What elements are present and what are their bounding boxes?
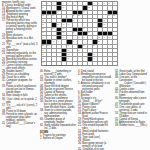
clue-number: 65: [93, 57, 95, 59]
letter-cell[interactable]: 39: [73, 32, 77, 35]
letter-cell[interactable]: [113, 6, 117, 9]
letter-cell[interactable]: [67, 28, 71, 31]
block-cell: [78, 11, 82, 14]
letter-cell[interactable]: 53: [47, 45, 51, 48]
clue-item-number: 46.: [115, 97, 119, 100]
letter-cell[interactable]: [88, 11, 92, 14]
letter-cell[interactable]: 11: [108, 2, 112, 5]
clue-item-number: 43.: [40, 79, 44, 82]
letter-cell[interactable]: [93, 23, 97, 26]
letter-cell[interactable]: [98, 15, 102, 18]
clue-item-number: 62.: [40, 124, 44, 127]
clue-item-number: 39.: [2, 113, 6, 116]
letter-cell[interactable]: 10: [103, 2, 107, 5]
clue-item-number: 30.: [78, 142, 82, 145]
letter-cell[interactable]: [78, 57, 82, 60]
letter-cell[interactable]: [93, 15, 97, 18]
letter-cell[interactable]: [93, 28, 97, 31]
clue-number: 23: [108, 14, 110, 16]
letter-cell[interactable]: 31: [67, 23, 71, 26]
block-cell: [47, 40, 51, 43]
letter-cell[interactable]: [88, 45, 92, 48]
letter-cell[interactable]: [78, 6, 82, 9]
clue-number: 49: [57, 40, 59, 42]
block-cell: [52, 11, 56, 14]
letter-cell[interactable]: [47, 28, 51, 31]
letter-cell[interactable]: 13: [42, 6, 46, 9]
letter-cell[interactable]: [93, 6, 97, 9]
letter-cell[interactable]: 4: [62, 2, 66, 5]
block-cell: [83, 32, 87, 35]
letter-cell[interactable]: [93, 11, 97, 14]
clue-number: 48: [52, 40, 54, 42]
block-cell: [52, 23, 56, 26]
letter-cell[interactable]: [113, 53, 117, 56]
letter-cell[interactable]: 32: [103, 23, 107, 26]
letter-cell[interactable]: 57: [42, 49, 46, 52]
clue-number: 1: [42, 2, 43, 4]
clue-item-number: 58.: [40, 109, 44, 112]
letter-cell[interactable]: [73, 6, 77, 9]
clue-number: 25: [42, 19, 44, 21]
block-cell: [42, 11, 46, 14]
letter-cell[interactable]: 29: [57, 23, 61, 26]
letter-cell[interactable]: [103, 62, 107, 65]
letter-cell[interactable]: [98, 11, 102, 14]
letter-cell[interactable]: [113, 40, 117, 43]
letter-cell[interactable]: [67, 11, 71, 14]
clue-number: 7: [78, 2, 79, 4]
clue-item-number: 17.: [2, 19, 6, 22]
letter-cell[interactable]: 65: [93, 57, 97, 60]
clue-column-two: 40. Extra ___ (something in reserve), 2 …: [40, 70, 76, 140]
letter-cell[interactable]: 15: [88, 6, 92, 9]
letter-cell[interactable]: 43: [78, 36, 82, 39]
clue-number: 41: [42, 36, 44, 38]
letter-cell[interactable]: [52, 53, 56, 56]
letter-cell[interactable]: [88, 28, 92, 31]
block-cell: [108, 11, 112, 14]
letter-cell[interactable]: [88, 62, 92, 65]
letter-cell[interactable]: [52, 49, 56, 52]
letter-cell[interactable]: 28: [42, 23, 46, 26]
clue-item: 62. Song syllable repeated after 'tra', …: [40, 124, 76, 130]
letter-cell[interactable]: 62: [93, 53, 97, 56]
letter-cell[interactable]: [83, 19, 87, 22]
letter-cell[interactable]: 50: [73, 40, 77, 43]
letter-cell[interactable]: [47, 23, 51, 26]
clue-item-number: 58.: [115, 124, 119, 127]
letter-cell[interactable]: [98, 28, 102, 31]
block-cell: [78, 45, 82, 48]
letter-cell[interactable]: [108, 57, 112, 60]
letter-cell[interactable]: [67, 6, 71, 9]
clue-number: 14: [62, 6, 64, 8]
clue-number: 45: [98, 36, 100, 38]
clue-item-number: 27.: [2, 64, 6, 67]
letter-cell[interactable]: 34: [52, 28, 56, 31]
letter-cell[interactable]: [98, 57, 102, 60]
clue-number: 34: [52, 27, 54, 29]
clue-number: 9: [98, 2, 99, 4]
letter-cell[interactable]: 30: [62, 23, 66, 26]
clue-number: 62: [93, 53, 95, 55]
letter-cell[interactable]: [113, 28, 117, 31]
letter-cell[interactable]: [88, 15, 92, 18]
clue-number: 16: [57, 10, 59, 12]
letter-cell[interactable]: 47: [108, 36, 112, 39]
block-cell: [47, 11, 51, 14]
letter-cell[interactable]: 7: [78, 2, 82, 5]
letter-cell[interactable]: 21: [73, 15, 77, 18]
clue-item-number: 45.: [115, 91, 119, 94]
clue-number: 12: [113, 2, 115, 4]
letter-cell[interactable]: [93, 49, 97, 52]
clue-number: 30: [62, 23, 64, 25]
letter-cell[interactable]: [108, 40, 112, 43]
clue-item-number: 5.: [78, 82, 81, 85]
letter-cell[interactable]: [78, 53, 82, 56]
letter-cell[interactable]: [103, 40, 107, 43]
letter-cell[interactable]: [113, 49, 117, 52]
letter-cell[interactable]: 18: [42, 15, 46, 18]
clue-number: 21: [73, 14, 75, 16]
clue-number: 8: [93, 2, 94, 4]
letter-cell[interactable]: 38: [62, 32, 66, 35]
block-cell: [73, 28, 77, 31]
letter-cell[interactable]: 23: [108, 15, 112, 18]
letter-cell[interactable]: [113, 32, 117, 35]
letter-cell[interactable]: [93, 36, 97, 39]
grid-caption: © 2009 BestCrosswords.com: [41, 65, 72, 68]
letter-cell[interactable]: [103, 49, 107, 52]
letter-cell[interactable]: 45: [98, 36, 102, 39]
letter-cell[interactable]: [88, 23, 92, 26]
clue-item: 58. Rubber trees, ___ (Wis.): [115, 124, 149, 127]
letter-cell[interactable]: [103, 28, 107, 31]
clue-number: 52: [42, 44, 44, 46]
clue-item-number: 37.: [2, 104, 6, 107]
letter-cell[interactable]: 56: [93, 45, 97, 48]
letter-cell[interactable]: [62, 45, 66, 48]
letter-cell[interactable]: [73, 53, 77, 56]
letter-cell[interactable]: [52, 19, 56, 22]
letter-cell[interactable]: [88, 49, 92, 52]
letter-cell[interactable]: 27: [103, 19, 107, 22]
letter-cell[interactable]: 16: [57, 11, 61, 14]
letter-cell[interactable]: [57, 15, 61, 18]
block-cell: [78, 28, 82, 31]
clue-number: 32: [103, 23, 105, 25]
letter-cell[interactable]: [108, 23, 112, 26]
letter-cell[interactable]: [52, 45, 56, 48]
letter-cell[interactable]: 6: [73, 2, 77, 5]
letter-cell[interactable]: [73, 36, 77, 39]
letter-cell[interactable]: 61: [67, 53, 71, 56]
letter-cell[interactable]: [108, 28, 112, 31]
clue-number: 58: [67, 49, 69, 51]
letter-cell[interactable]: [47, 53, 51, 56]
letter-cell[interactable]: [57, 45, 61, 48]
letter-cell[interactable]: [67, 32, 71, 35]
letter-cell[interactable]: 33: [42, 28, 46, 31]
block-cell: [93, 40, 97, 43]
letter-cell[interactable]: 54: [67, 45, 71, 48]
letter-cell[interactable]: [108, 53, 112, 56]
letter-cell[interactable]: [93, 19, 97, 22]
letter-cell[interactable]: 14: [62, 6, 66, 9]
letter-cell[interactable]: [52, 57, 56, 60]
letter-cell[interactable]: [108, 45, 112, 48]
letter-cell[interactable]: [78, 40, 82, 43]
letter-cell[interactable]: [103, 6, 107, 9]
letter-cell[interactable]: [98, 6, 102, 9]
letter-cell[interactable]: [108, 6, 112, 9]
letter-cell[interactable]: [73, 45, 77, 48]
letter-cell[interactable]: [103, 11, 107, 14]
letter-cell[interactable]: [83, 40, 87, 43]
block-cell: [57, 28, 61, 31]
clue-item-number: 31.: [2, 79, 6, 82]
letter-cell[interactable]: 58: [67, 49, 71, 52]
letter-cell[interactable]: [78, 23, 82, 26]
letter-cell[interactable]: [98, 49, 102, 52]
letter-cell[interactable]: [108, 19, 112, 22]
clue-number: 51: [98, 40, 100, 42]
block-cell: [57, 6, 61, 9]
letter-cell[interactable]: [113, 62, 117, 65]
letter-cell[interactable]: [57, 57, 61, 60]
clue-number: 29: [57, 23, 59, 25]
clue-number: 64: [67, 57, 69, 59]
block-cell: [98, 23, 102, 26]
clue-number: 50: [73, 40, 75, 42]
clue-number: 53: [47, 44, 49, 46]
block-cell: [83, 6, 87, 9]
clue-item-number: 2.: [40, 137, 43, 140]
clue-column-three: 3. Desk stand4. Mending convenience towa…: [78, 70, 112, 150]
clue-number: 24: [113, 14, 115, 16]
letter-cell[interactable]: 3: [52, 2, 56, 5]
clue-number: 28: [42, 23, 44, 25]
clue-number: 27: [103, 19, 105, 21]
clue-number: 6: [73, 2, 74, 4]
block-cell: [57, 32, 61, 35]
letter-cell[interactable]: 41: [42, 36, 46, 39]
letter-cell[interactable]: [67, 36, 71, 39]
clue-number: 42: [62, 36, 64, 38]
letter-cell[interactable]: [83, 53, 87, 56]
block-cell: [108, 32, 112, 35]
clue-item-number: 21.: [2, 43, 6, 46]
clue-item: 31. Condition of its eye: [78, 148, 112, 150]
block-cell: [88, 2, 92, 5]
clue-number: 31: [67, 23, 69, 25]
clue-item-number: 40.: [40, 70, 44, 73]
clue-number: 19: [47, 14, 49, 16]
letter-cell[interactable]: [93, 32, 97, 35]
clue-number: 10: [103, 2, 105, 4]
clue-number: 4: [62, 2, 63, 4]
letter-cell[interactable]: [103, 45, 107, 48]
clue-number: 38: [62, 31, 64, 33]
letter-cell[interactable]: 59: [78, 49, 82, 52]
clue-number: 35: [62, 27, 64, 29]
crossword-grid[interactable]: 1234567891011121314151617181920212223242…: [41, 1, 118, 66]
letter-cell[interactable]: 26: [73, 19, 77, 22]
letter-cell[interactable]: 46: [103, 36, 107, 39]
letter-cell[interactable]: [108, 62, 112, 65]
letter-cell[interactable]: [103, 53, 107, 56]
letter-cell[interactable]: [62, 40, 66, 43]
letter-cell[interactable]: [78, 62, 82, 65]
clue-item: 56. Sucker in a street phrase, but is go…: [40, 100, 76, 109]
letter-cell[interactable]: 17: [83, 11, 87, 14]
letter-cell[interactable]: [83, 57, 87, 60]
clue-item: 17. Person by which two disputing partie…: [2, 19, 38, 34]
letter-cell[interactable]: [103, 57, 107, 60]
letter-cell[interactable]: [57, 53, 61, 56]
letter-cell[interactable]: [83, 23, 87, 26]
letter-cell[interactable]: [47, 57, 51, 60]
clue-number: 44: [83, 36, 85, 38]
letter-cell[interactable]: [83, 2, 87, 5]
block-cell: [67, 40, 71, 43]
letter-cell[interactable]: 8: [93, 2, 97, 5]
letter-cell[interactable]: [73, 57, 77, 60]
clue-number: 60: [42, 53, 44, 55]
letter-cell[interactable]: [73, 62, 77, 65]
clue-number: 47: [108, 36, 110, 38]
letter-cell[interactable]: 22: [78, 15, 82, 18]
letter-cell[interactable]: [93, 62, 97, 65]
letter-cell[interactable]: [113, 36, 117, 39]
letter-cell[interactable]: 40: [88, 32, 92, 35]
letter-cell[interactable]: [88, 19, 92, 22]
clue-item-number: 20.: [2, 37, 6, 40]
letter-cell[interactable]: [78, 19, 82, 22]
letter-cell[interactable]: [57, 49, 61, 52]
clue-item: 39. Forced to enter a brook: an unpleasa…: [2, 113, 38, 122]
clue-number: 40: [88, 31, 90, 33]
clue-item: 2. Sphere of Chopin: [40, 137, 76, 140]
letter-cell[interactable]: [88, 40, 92, 43]
block-cell: [78, 32, 82, 35]
letter-cell[interactable]: [98, 62, 102, 65]
letter-cell[interactable]: [113, 23, 117, 26]
letter-cell[interactable]: 25: [42, 19, 46, 22]
letter-cell[interactable]: [57, 19, 61, 22]
letter-cell[interactable]: 52: [42, 45, 46, 48]
letter-cell[interactable]: 35: [62, 28, 66, 31]
clue-number: 22: [78, 14, 80, 16]
clue-number: 59: [78, 49, 80, 51]
letter-cell[interactable]: 9: [98, 2, 102, 5]
clue-item-number: 53.: [115, 112, 119, 115]
clue-item-number: 33.: [2, 85, 6, 88]
clue-item-number: 56.: [40, 100, 44, 103]
letter-cell[interactable]: 44: [83, 36, 87, 39]
letter-cell[interactable]: [52, 6, 56, 9]
letter-cell[interactable]: 60: [42, 53, 46, 56]
letter-cell[interactable]: 63: [42, 57, 46, 60]
letter-cell[interactable]: 5: [67, 2, 71, 5]
letter-cell[interactable]: 49: [57, 40, 61, 43]
letter-cell[interactable]: [88, 36, 92, 39]
letter-cell[interactable]: 12: [113, 2, 117, 5]
letter-cell[interactable]: 48: [52, 40, 56, 43]
letter-cell[interactable]: [113, 45, 117, 48]
letter-cell[interactable]: 42: [62, 36, 66, 39]
clue-item-number: 16.: [78, 112, 82, 115]
letter-cell[interactable]: [113, 57, 117, 60]
letter-cell[interactable]: [47, 6, 51, 9]
letter-cell[interactable]: 36: [83, 28, 87, 31]
block-cell: [62, 19, 66, 22]
clue-item-number: 60.: [40, 118, 44, 121]
letter-cell[interactable]: [98, 53, 102, 56]
letter-cell[interactable]: [83, 15, 87, 18]
letter-cell[interactable]: [47, 36, 51, 39]
block-cell: [73, 11, 77, 14]
clue-number: 11: [108, 2, 109, 4]
letter-cell[interactable]: [83, 49, 87, 52]
letter-cell[interactable]: [52, 32, 56, 35]
letter-cell[interactable]: 1: [42, 2, 46, 5]
letter-cell[interactable]: [62, 11, 66, 14]
clue-item-number: 52.: [115, 106, 119, 109]
letter-cell[interactable]: 51: [98, 40, 102, 43]
letter-cell[interactable]: 64: [67, 57, 71, 60]
letter-cell[interactable]: [108, 49, 112, 52]
letter-cell[interactable]: 55: [83, 45, 87, 48]
letter-cell[interactable]: 24: [113, 15, 117, 18]
letter-cell[interactable]: [52, 36, 56, 39]
clue-number: 61: [67, 53, 69, 55]
letter-cell[interactable]: [62, 15, 66, 18]
clue-number: 33: [42, 27, 44, 29]
letter-cell[interactable]: [103, 15, 107, 18]
block-cell: [62, 53, 66, 56]
clue-number: 57: [42, 49, 44, 51]
letter-cell[interactable]: 37: [42, 32, 46, 35]
letter-cell[interactable]: [67, 15, 71, 18]
letter-cell[interactable]: [73, 49, 77, 52]
letter-cell[interactable]: 20: [52, 15, 56, 18]
letter-cell[interactable]: [113, 19, 117, 22]
clue-item-number: 31.: [78, 148, 82, 150]
clue-item-number: 21.: [78, 124, 82, 127]
letter-cell[interactable]: [47, 49, 51, 52]
letter-cell[interactable]: [83, 62, 87, 65]
clue-column-left: monster, briefly, say8. Classic breakfas…: [2, 1, 38, 128]
clue-item-number: 4.: [78, 73, 81, 76]
letter-cell[interactable]: 2: [47, 2, 51, 5]
letter-cell[interactable]: [98, 45, 102, 48]
block-cell: [42, 40, 46, 43]
clue-number: 20: [52, 14, 54, 16]
clue-number: 2: [47, 2, 48, 4]
letter-cell[interactable]: 19: [47, 15, 51, 18]
letter-cell[interactable]: [73, 23, 77, 26]
block-cell: [113, 11, 117, 14]
clue-number: 37: [42, 31, 44, 33]
clue-item-number: 38.: [115, 76, 119, 79]
clue-item: 41. Calends of ___ (Caesar's day): [2, 122, 38, 128]
letter-cell[interactable]: [47, 32, 51, 35]
clue-number: 54: [67, 44, 69, 46]
letter-cell[interactable]: [47, 19, 51, 22]
